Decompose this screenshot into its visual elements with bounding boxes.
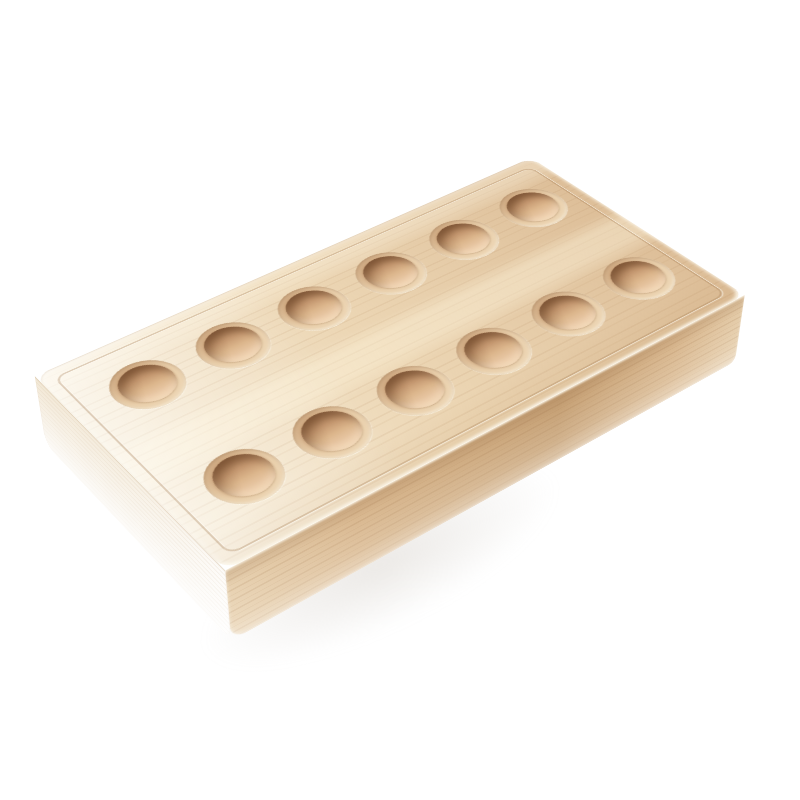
pit-bore — [599, 255, 677, 300]
pit-bore — [452, 325, 533, 375]
pit-r1-c6[interactable] — [486, 182, 581, 235]
pit-r1-c3[interactable] — [263, 278, 364, 340]
pit-r2-c2[interactable] — [277, 396, 388, 469]
pit-bore — [274, 284, 352, 331]
pit-bore — [106, 358, 188, 411]
pit-bore — [289, 403, 374, 459]
pit-r1-c5[interactable] — [415, 212, 512, 268]
pit-bore — [426, 218, 501, 261]
pit-r1-c4[interactable] — [341, 244, 440, 302]
pit-r2-c3[interactable] — [361, 356, 469, 425]
pit-bore — [373, 363, 456, 416]
pit-bore — [192, 320, 272, 370]
pit-r2-c5[interactable] — [517, 283, 620, 345]
pit-r2-c6[interactable] — [588, 249, 689, 308]
pit-bore — [527, 289, 606, 337]
pit-r1-c2[interactable] — [181, 313, 285, 378]
pit-bore — [200, 446, 287, 506]
pit-bore — [352, 250, 428, 295]
pit-r2-c1[interactable] — [188, 438, 301, 516]
pit-r2-c4[interactable] — [441, 319, 547, 384]
pit-bore — [496, 187, 569, 228]
pit-r1-c1[interactable] — [95, 351, 201, 420]
product-photo-scene — [0, 0, 800, 800]
